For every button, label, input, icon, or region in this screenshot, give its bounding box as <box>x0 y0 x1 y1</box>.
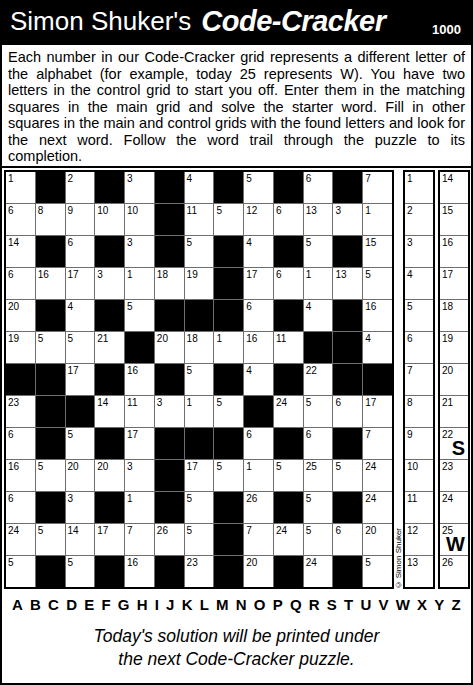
cell-number: 1 <box>127 493 133 504</box>
control-cell[interactable]: 6 <box>405 332 433 363</box>
grid-cell[interactable]: 24 <box>6 524 35 555</box>
cell-number: 5 <box>127 301 133 312</box>
cell-number: 11 <box>187 205 197 216</box>
black-cell <box>214 236 243 267</box>
black-cell <box>333 492 362 523</box>
alphabet-letter: Z <box>451 596 460 613</box>
cell-number: 17 <box>68 365 79 376</box>
cell-number: 22 <box>306 365 317 376</box>
cell-number: 6 <box>306 173 312 184</box>
cell-number: 23 <box>8 397 19 408</box>
grid-cell[interactable]: 5 <box>244 172 273 203</box>
grid-cell[interactable]: 5 <box>363 268 392 299</box>
control-cell[interactable]: 15 <box>440 204 468 235</box>
grid-cell[interactable]: 5 <box>36 460 65 491</box>
grid-cell[interactable]: 6 <box>6 492 35 523</box>
cell-number: 8 <box>407 397 413 408</box>
black-cell <box>333 364 362 395</box>
grid-cell[interactable]: 26 <box>244 492 273 523</box>
grid-cell[interactable]: 3 <box>125 236 154 267</box>
grid-cell[interactable]: 15 <box>363 236 392 267</box>
black-cell <box>185 300 214 331</box>
black-cell <box>155 428 184 459</box>
grid-cell[interactable]: 18 <box>185 332 214 363</box>
cell-number: 10 <box>407 461 418 472</box>
control-cell[interactable]: 17 <box>440 268 468 299</box>
grid-cell[interactable]: 5 <box>304 236 333 267</box>
grid-cell[interactable]: 17 <box>125 428 154 459</box>
cell-number: 5 <box>187 237 193 248</box>
grid-cell[interactable]: 5 <box>36 332 65 363</box>
grid-cell[interactable]: 11 <box>185 204 214 235</box>
grid-cell[interactable]: 5 <box>185 236 214 267</box>
control-cell[interactable]: 23 <box>440 460 468 491</box>
black-cell <box>274 556 303 587</box>
grid-cell[interactable]: 16 <box>125 364 154 395</box>
grid-cell[interactable]: 22 <box>304 364 333 395</box>
grid-cell[interactable]: 17 <box>244 268 273 299</box>
grid-cell[interactable]: 20 <box>155 332 184 363</box>
grid-cell[interactable]: 3 <box>125 460 154 491</box>
cell-number: 10 <box>97 205 108 216</box>
grid-cell[interactable]: 16 <box>125 556 154 587</box>
alphabet-letter: O <box>254 596 266 613</box>
control-cell[interactable]: 18 <box>440 300 468 331</box>
alphabet-letter: X <box>417 596 427 613</box>
control-cell[interactable]: 21 <box>440 396 468 427</box>
grid-cell[interactable]: 26 <box>155 524 184 555</box>
grid-cell[interactable]: 16 <box>363 300 392 331</box>
grid-cell[interactable]: 7 <box>244 524 273 555</box>
grid-cell[interactable]: 4 <box>244 364 273 395</box>
grid-cell[interactable]: 4 <box>185 172 214 203</box>
grid-cell[interactable]: 3 <box>125 172 154 203</box>
cell-number: 20 <box>365 525 376 536</box>
cell-number: 6 <box>276 205 282 216</box>
black-cell <box>274 172 303 203</box>
cell-number: 6 <box>8 205 14 216</box>
grid-cell[interactable]: 20 <box>6 300 35 331</box>
puzzle-area: 1234567689101011512613311463545156161731… <box>0 168 473 685</box>
grid-cell[interactable]: 5 <box>66 428 95 459</box>
grid-cell[interactable]: 1 <box>125 268 154 299</box>
cell-number: 19 <box>8 333 19 344</box>
puzzle-number: 1000 <box>432 22 465 43</box>
cell-number: 6 <box>246 301 252 312</box>
cell-number: 5 <box>216 397 222 408</box>
grid-cell[interactable]: 6 <box>244 300 273 331</box>
black-cell <box>244 396 273 427</box>
grid-cell[interactable]: 20 <box>95 460 124 491</box>
grid-cell[interactable]: 17 <box>95 524 124 555</box>
cell-number: 4 <box>407 269 413 280</box>
cell-number: 1 <box>127 269 133 280</box>
cell-number: 1 <box>246 461 252 472</box>
grid-cell[interactable]: 6 <box>6 268 35 299</box>
grid-cell[interactable]: 5 <box>125 300 154 331</box>
footer-line2: the next Code-Cracker puzzle. <box>2 648 471 671</box>
cell-number: 5 <box>306 237 312 248</box>
control-cell[interactable]: 25W <box>440 524 468 555</box>
cell-number: 4 <box>306 301 312 312</box>
cell-number: 5 <box>187 525 193 536</box>
control-grid-left: 12345678910111213 <box>403 170 435 589</box>
cell-number: 14 <box>97 397 108 408</box>
grid-cell[interactable]: 11 <box>125 396 154 427</box>
grid-cell[interactable]: 16 <box>36 268 65 299</box>
grid-cell[interactable]: 5 <box>363 556 392 587</box>
grid-cell[interactable]: 5 <box>185 492 214 523</box>
cell-number: 5 <box>246 173 252 184</box>
black-cell <box>66 396 95 427</box>
cell-number: 3 <box>97 269 103 280</box>
cell-number: 10 <box>127 205 138 216</box>
grid-cell[interactable]: 16 <box>244 332 273 363</box>
cell-number: 15 <box>365 237 376 248</box>
grid-cell[interactable]: 5 <box>304 396 333 427</box>
cell-number: 20 <box>157 333 168 344</box>
grid-cell[interactable]: 4 <box>244 236 273 267</box>
header-author: Simon Shuker's <box>10 6 191 37</box>
cell-number: 20 <box>97 461 108 472</box>
cell-number: 7 <box>365 429 371 440</box>
cell-number: 26 <box>246 493 257 504</box>
grid-cell[interactable]: 18 <box>155 268 184 299</box>
cell-number: 13 <box>335 269 346 280</box>
cell-number: 17 <box>442 269 453 280</box>
grid-cell[interactable]: 3 <box>155 396 184 427</box>
cell-number: 6 <box>335 525 341 536</box>
cell-number: 19 <box>442 333 453 344</box>
cell-number: 8 <box>38 205 44 216</box>
grid-cell[interactable]: 24 <box>304 556 333 587</box>
black-cell <box>36 172 65 203</box>
black-cell <box>185 428 214 459</box>
grid-cell[interactable]: 19 <box>185 268 214 299</box>
cell-number: 18 <box>187 333 198 344</box>
black-cell <box>95 428 124 459</box>
control-cell[interactable]: 7 <box>405 364 433 395</box>
cell-number: 13 <box>306 205 317 216</box>
black-cell <box>214 492 243 523</box>
black-cell <box>6 364 35 395</box>
cell-number: 3 <box>127 461 133 472</box>
alphabet-letter: C <box>48 596 59 613</box>
grid-cell[interactable]: 24 <box>363 492 392 523</box>
grid-cell[interactable]: 7 <box>125 524 154 555</box>
cell-number: 7 <box>127 525 133 536</box>
grid-cell[interactable]: 1 <box>304 268 333 299</box>
black-cell <box>214 172 243 203</box>
black-cell <box>155 556 184 587</box>
copyright-text: © Simon Shuker <box>394 528 403 589</box>
cell-number: 3 <box>407 237 413 248</box>
alphabet-letter: E <box>84 596 94 613</box>
grid-cell[interactable]: 4 <box>66 300 95 331</box>
starter-letter: S <box>452 438 465 459</box>
grid-cell[interactable]: 17 <box>185 460 214 491</box>
grid-cell[interactable]: 14 <box>66 524 95 555</box>
cell-number: 1 <box>8 173 14 184</box>
cell-number: 6 <box>407 333 413 344</box>
alphabet-letter: K <box>182 596 193 613</box>
cell-number: 16 <box>127 365 138 376</box>
cell-number: 1 <box>306 269 312 280</box>
control-cell[interactable]: 10 <box>405 460 433 491</box>
black-cell <box>333 300 362 331</box>
grid-cell[interactable]: 10 <box>125 204 154 235</box>
grid-cell[interactable]: 5 <box>6 556 35 587</box>
grid-cell[interactable]: 5 <box>304 524 333 555</box>
grid-cell[interactable]: 1 <box>125 492 154 523</box>
cell-number: 3 <box>127 173 133 184</box>
control-cell[interactable]: 14 <box>440 172 468 203</box>
grid-cell[interactable]: 12 <box>244 204 273 235</box>
control-cell[interactable]: 22S <box>440 428 468 459</box>
control-cell[interactable]: 12 <box>405 524 433 555</box>
control-cell[interactable]: 19 <box>440 332 468 363</box>
cell-number: 24 <box>276 397 287 408</box>
alphabet-letter: P <box>273 596 283 613</box>
control-cell[interactable]: 4 <box>405 268 433 299</box>
grid-cell[interactable]: 25 <box>304 460 333 491</box>
cell-number: 14 <box>442 173 453 184</box>
grid-cell[interactable]: 6 <box>304 172 333 203</box>
grid-cell[interactable]: 19 <box>6 332 35 363</box>
cell-number: 5 <box>38 461 44 472</box>
black-cell <box>155 460 184 491</box>
grid-cell[interactable]: 5 <box>214 460 243 491</box>
board-row: 1234567689101011512613311463545156161731… <box>4 170 471 589</box>
control-cell[interactable]: 13 <box>405 556 433 587</box>
cell-number: 5 <box>8 557 14 568</box>
black-cell <box>214 268 243 299</box>
cell-number: 13 <box>407 557 418 568</box>
instructions-text: Each number in our Code-Cracker grid rep… <box>0 43 473 168</box>
cell-number: 3 <box>68 493 74 504</box>
grid-cell[interactable]: 3 <box>333 204 362 235</box>
grid-cell[interactable]: 9 <box>66 204 95 235</box>
alphabet-letter: R <box>309 596 320 613</box>
cell-number: 5 <box>216 461 222 472</box>
cell-number: 26 <box>157 525 168 536</box>
black-cell <box>36 428 65 459</box>
grid-cell[interactable]: 7 <box>363 172 392 203</box>
black-cell <box>155 492 184 523</box>
footer-line1: Today's solution will be printed under <box>2 625 471 648</box>
grid-cell[interactable]: 5 <box>66 556 95 587</box>
cell-number: 23 <box>442 461 453 472</box>
cell-number: 6 <box>335 397 341 408</box>
grid-cell[interactable]: 6 <box>304 428 333 459</box>
cell-number: 5 <box>276 461 282 472</box>
control-cell[interactable]: 2 <box>405 204 433 235</box>
cell-number: 5 <box>306 397 312 408</box>
grid-cell[interactable]: 6 <box>333 396 362 427</box>
cell-number: 5 <box>306 525 312 536</box>
control-cell[interactable]: 3 <box>405 236 433 267</box>
control-cell[interactable]: 5 <box>405 300 433 331</box>
black-cell <box>95 364 124 395</box>
grid-cell[interactable]: 24 <box>274 396 303 427</box>
cell-number: 17 <box>97 525 108 536</box>
black-cell <box>214 300 243 331</box>
cell-number: 11 <box>407 493 417 504</box>
cell-number: 5 <box>306 493 312 504</box>
alphabet-letter: U <box>360 596 371 613</box>
grid-cell[interactable]: 5 <box>185 524 214 555</box>
alphabet-letter: T <box>344 596 353 613</box>
grid-cell[interactable]: 5 <box>304 492 333 523</box>
grid-cell[interactable]: 6 <box>66 236 95 267</box>
black-cell <box>333 332 362 363</box>
cell-number: 4 <box>365 333 371 344</box>
cell-number: 7 <box>365 173 371 184</box>
grid-cell[interactable]: 1 <box>214 332 243 363</box>
control-cell[interactable]: 16 <box>440 236 468 267</box>
grid-cell[interactable]: 17 <box>363 396 392 427</box>
cell-number: 5 <box>335 461 341 472</box>
cell-number: 20 <box>8 301 19 312</box>
cell-number: 16 <box>127 557 138 568</box>
grid-cell[interactable]: 23 <box>6 396 35 427</box>
cell-number: 5 <box>68 333 74 344</box>
header-title: Code-Cracker <box>201 5 385 38</box>
black-cell <box>214 556 243 587</box>
black-cell <box>36 396 65 427</box>
grid-cell[interactable]: 5 <box>274 460 303 491</box>
cell-number: 16 <box>38 269 49 280</box>
black-cell <box>95 172 124 203</box>
cell-number: 19 <box>187 269 198 280</box>
grid-cell[interactable]: 2 <box>66 172 95 203</box>
grid-cell[interactable]: 5 <box>333 460 362 491</box>
cell-number: 18 <box>157 269 168 280</box>
cell-number: 18 <box>442 301 453 312</box>
grid-cell[interactable]: 16 <box>6 460 35 491</box>
grid-cell[interactable]: 21 <box>95 332 124 363</box>
grid-cell[interactable]: 1 <box>363 204 392 235</box>
control-grid-right: 141516171819202122S232425W26 <box>438 170 470 589</box>
control-cell[interactable]: 1 <box>405 172 433 203</box>
alphabet-letter: I <box>155 596 159 613</box>
grid-cell[interactable]: 3 <box>66 492 95 523</box>
cell-number: 17 <box>246 269 257 280</box>
black-cell <box>333 172 362 203</box>
grid-cell[interactable]: 6 <box>6 204 35 235</box>
grid-cell[interactable]: 3 <box>95 268 124 299</box>
grid-cell[interactable]: 5 <box>36 524 65 555</box>
grid-cell[interactable]: 10 <box>95 204 124 235</box>
grid-cell[interactable]: 1 <box>6 172 35 203</box>
alphabet-letter: V <box>378 596 388 613</box>
grid-cell[interactable]: 20 <box>244 556 273 587</box>
grid-cell[interactable]: 20 <box>363 524 392 555</box>
grid-cell[interactable]: 17 <box>66 268 95 299</box>
grid-cell[interactable]: 13 <box>333 268 362 299</box>
grid-cell[interactable]: 6 <box>244 428 273 459</box>
footer: Today's solution will be printed under t… <box>2 625 471 671</box>
grid-cell[interactable]: 5 <box>214 204 243 235</box>
grid-cell[interactable]: 7 <box>363 428 392 459</box>
grid-cell[interactable]: 6 <box>333 524 362 555</box>
control-cell[interactable]: 24 <box>440 492 468 523</box>
alphabet-letter: B <box>30 596 41 613</box>
grid-cell[interactable]: 1 <box>185 396 214 427</box>
black-cell <box>333 556 362 587</box>
alphabet-letter: F <box>101 596 110 613</box>
cell-number: 4 <box>68 301 74 312</box>
alphabet-letter: S <box>327 596 337 613</box>
control-cell[interactable]: 20 <box>440 364 468 395</box>
grid-cell[interactable]: 11 <box>274 332 303 363</box>
alphabet-row: ABCDEFGHIJKLMNOPQRSTUVWXYZ <box>2 593 471 615</box>
grid-cell[interactable]: 6 <box>6 428 35 459</box>
black-cell <box>304 332 333 363</box>
black-cell <box>155 300 184 331</box>
grid-cell[interactable]: 14 <box>95 396 124 427</box>
control-cell[interactable]: 11 <box>405 492 433 523</box>
black-cell <box>36 492 65 523</box>
grid-cell[interactable]: 5 <box>214 396 243 427</box>
cell-number: 7 <box>246 525 252 536</box>
cell-number: 16 <box>365 301 376 312</box>
grid-cell[interactable]: 17 <box>66 364 95 395</box>
black-cell <box>363 364 392 395</box>
cell-number: 2 <box>68 173 74 184</box>
alphabet-letter: N <box>236 596 247 613</box>
cell-number: 6 <box>306 429 312 440</box>
cell-number: 5 <box>187 493 193 504</box>
grid-cell[interactable]: 5 <box>66 332 95 363</box>
grid-cell[interactable]: 1 <box>244 460 273 491</box>
cell-number: 24 <box>306 557 317 568</box>
cell-number: 11 <box>276 333 286 344</box>
cell-number: 2 <box>407 205 413 216</box>
black-cell <box>214 364 243 395</box>
black-cell <box>95 492 124 523</box>
cell-number: 17 <box>187 461 198 472</box>
grid-cell[interactable]: 14 <box>6 236 35 267</box>
grid-cell[interactable]: 5 <box>185 364 214 395</box>
grid-cell[interactable]: 20 <box>66 460 95 491</box>
cell-number: 7 <box>407 365 413 376</box>
grid-cell[interactable]: 13 <box>304 204 333 235</box>
black-cell <box>274 492 303 523</box>
control-cell[interactable]: 8 <box>405 396 433 427</box>
cell-number: 11 <box>127 397 137 408</box>
cell-number: 24 <box>276 525 287 536</box>
grid-cell[interactable]: 8 <box>36 204 65 235</box>
grid-cell[interactable]: 24 <box>274 524 303 555</box>
control-cell[interactable]: 26 <box>440 556 468 587</box>
cell-number: 5 <box>365 557 371 568</box>
grid-cell[interactable]: 23 <box>185 556 214 587</box>
black-cell <box>274 364 303 395</box>
grid-cell[interactable]: 4 <box>363 332 392 363</box>
black-cell <box>274 236 303 267</box>
grid-cell[interactable]: 6 <box>274 268 303 299</box>
grid-cell[interactable]: 6 <box>274 204 303 235</box>
black-cell <box>214 428 243 459</box>
grid-cell[interactable]: 24 <box>363 460 392 491</box>
alphabet-letter: J <box>166 596 174 613</box>
cell-number: 23 <box>187 557 198 568</box>
grid-cell[interactable]: 4 <box>304 300 333 331</box>
control-cell[interactable]: 9 <box>405 428 433 459</box>
cell-number: 24 <box>365 493 376 504</box>
black-cell <box>274 428 303 459</box>
